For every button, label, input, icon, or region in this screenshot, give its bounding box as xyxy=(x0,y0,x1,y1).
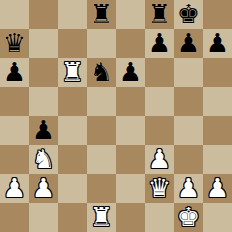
square-e7[interactable] xyxy=(116,29,145,58)
square-c8[interactable] xyxy=(58,0,87,29)
black-rook[interactable]: ♜ xyxy=(145,0,174,29)
square-d7[interactable] xyxy=(87,29,116,58)
square-f2[interactable]: ♛ xyxy=(145,174,174,203)
square-g1[interactable]: ♚ xyxy=(174,203,203,232)
square-d3[interactable] xyxy=(87,145,116,174)
square-d6[interactable]: ♞ xyxy=(87,58,116,87)
square-h7[interactable]: ♟ xyxy=(203,29,232,58)
square-c5[interactable] xyxy=(58,87,87,116)
square-c1[interactable] xyxy=(58,203,87,232)
square-f1[interactable] xyxy=(145,203,174,232)
square-f3[interactable]: ♟ xyxy=(145,145,174,174)
square-f6[interactable] xyxy=(145,58,174,87)
square-b4[interactable]: ♟ xyxy=(29,116,58,145)
square-d1[interactable]: ♜ xyxy=(87,203,116,232)
square-g4[interactable] xyxy=(174,116,203,145)
square-h5[interactable] xyxy=(203,87,232,116)
square-f4[interactable] xyxy=(145,116,174,145)
white-king[interactable]: ♚ xyxy=(174,203,203,232)
white-knight[interactable]: ♞ xyxy=(29,145,58,174)
square-g6[interactable] xyxy=(174,58,203,87)
square-f5[interactable] xyxy=(145,87,174,116)
black-king[interactable]: ♚ xyxy=(174,0,203,29)
square-h3[interactable] xyxy=(203,145,232,174)
square-g5[interactable] xyxy=(174,87,203,116)
square-a4[interactable] xyxy=(0,116,29,145)
square-a3[interactable] xyxy=(0,145,29,174)
white-rook[interactable]: ♜ xyxy=(58,58,87,87)
square-e2[interactable] xyxy=(116,174,145,203)
square-b1[interactable] xyxy=(29,203,58,232)
white-pawn[interactable]: ♟ xyxy=(145,145,174,174)
square-e3[interactable] xyxy=(116,145,145,174)
black-pawn[interactable]: ♟ xyxy=(116,58,145,87)
square-e1[interactable] xyxy=(116,203,145,232)
square-a2[interactable]: ♟ xyxy=(0,174,29,203)
square-d4[interactable] xyxy=(87,116,116,145)
black-queen[interactable]: ♛ xyxy=(0,29,29,58)
square-g7[interactable]: ♟ xyxy=(174,29,203,58)
square-c2[interactable] xyxy=(58,174,87,203)
square-b6[interactable] xyxy=(29,58,58,87)
square-b2[interactable]: ♟ xyxy=(29,174,58,203)
black-pawn[interactable]: ♟ xyxy=(203,29,232,58)
white-pawn[interactable]: ♟ xyxy=(29,174,58,203)
square-c4[interactable] xyxy=(58,116,87,145)
square-g8[interactable]: ♚ xyxy=(174,0,203,29)
square-f7[interactable]: ♟ xyxy=(145,29,174,58)
black-pawn[interactable]: ♟ xyxy=(29,116,58,145)
square-f8[interactable]: ♜ xyxy=(145,0,174,29)
square-b7[interactable] xyxy=(29,29,58,58)
square-a6[interactable]: ♟ xyxy=(0,58,29,87)
square-b8[interactable] xyxy=(29,0,58,29)
square-h1[interactable] xyxy=(203,203,232,232)
black-pawn[interactable]: ♟ xyxy=(145,29,174,58)
square-b5[interactable] xyxy=(29,87,58,116)
white-pawn[interactable]: ♟ xyxy=(0,174,29,203)
white-queen[interactable]: ♛ xyxy=(145,174,174,203)
square-g2[interactable]: ♟ xyxy=(174,174,203,203)
square-d2[interactable] xyxy=(87,174,116,203)
square-h4[interactable] xyxy=(203,116,232,145)
square-d8[interactable]: ♜ xyxy=(87,0,116,29)
square-a8[interactable] xyxy=(0,0,29,29)
white-pawn[interactable]: ♟ xyxy=(174,174,203,203)
black-pawn[interactable]: ♟ xyxy=(0,58,29,87)
square-h8[interactable] xyxy=(203,0,232,29)
square-c6[interactable]: ♜ xyxy=(58,58,87,87)
black-rook[interactable]: ♜ xyxy=(87,0,116,29)
square-d5[interactable] xyxy=(87,87,116,116)
square-g3[interactable] xyxy=(174,145,203,174)
square-e8[interactable] xyxy=(116,0,145,29)
square-e4[interactable] xyxy=(116,116,145,145)
square-a5[interactable] xyxy=(0,87,29,116)
square-b3[interactable]: ♞ xyxy=(29,145,58,174)
square-c3[interactable] xyxy=(58,145,87,174)
square-a7[interactable]: ♛ xyxy=(0,29,29,58)
square-h6[interactable] xyxy=(203,58,232,87)
black-knight[interactable]: ♞ xyxy=(87,58,116,87)
square-a1[interactable] xyxy=(0,203,29,232)
square-c7[interactable] xyxy=(58,29,87,58)
square-h2[interactable]: ♟ xyxy=(203,174,232,203)
square-e6[interactable]: ♟ xyxy=(116,58,145,87)
white-pawn[interactable]: ♟ xyxy=(203,174,232,203)
square-e5[interactable] xyxy=(116,87,145,116)
chess-board: ♜♜♚♛♟♟♟♟♜♞♟♟♞♟♟♟♛♟♟♜♚ xyxy=(0,0,232,232)
black-pawn[interactable]: ♟ xyxy=(174,29,203,58)
white-rook[interactable]: ♜ xyxy=(87,203,116,232)
